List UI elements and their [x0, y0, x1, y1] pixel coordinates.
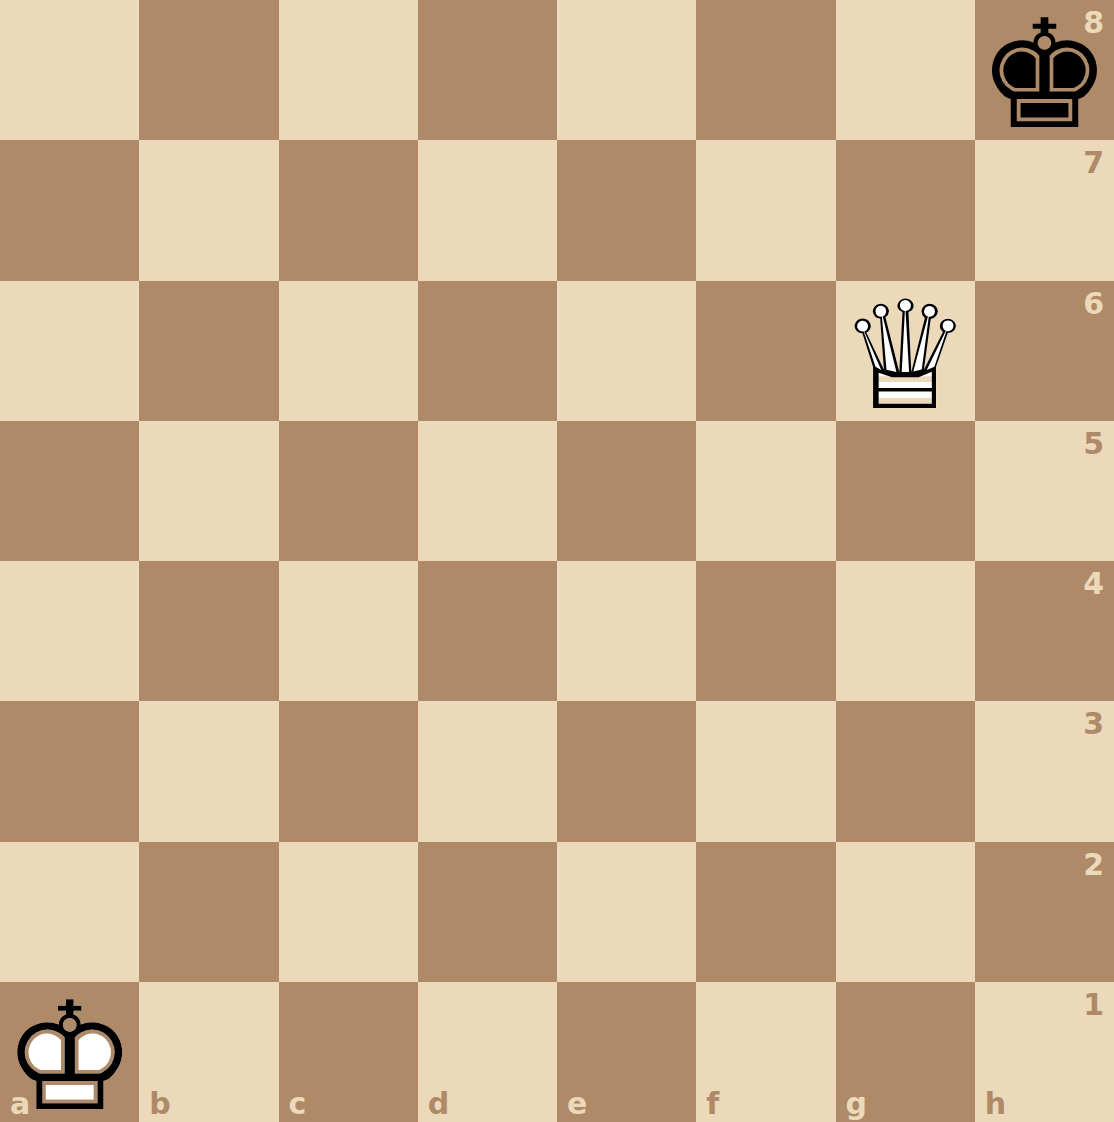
square-g4[interactable]	[836, 561, 975, 701]
square-e4[interactable]	[557, 561, 696, 701]
black-king[interactable]: ♚	[975, 0, 1114, 140]
square-b1[interactable]: b	[139, 982, 278, 1122]
square-e7[interactable]	[557, 140, 696, 280]
square-c7[interactable]	[279, 140, 418, 280]
file-label-f: f	[706, 1089, 719, 1119]
square-c6[interactable]	[279, 281, 418, 421]
square-g3[interactable]	[836, 701, 975, 841]
white-king[interactable]: ♚♔	[0, 982, 139, 1122]
square-b7[interactable]	[139, 140, 278, 280]
square-h3[interactable]: 3	[975, 701, 1114, 841]
square-f7[interactable]	[696, 140, 835, 280]
square-g2[interactable]	[836, 842, 975, 982]
square-d4[interactable]	[418, 561, 557, 701]
square-c3[interactable]	[279, 701, 418, 841]
square-c4[interactable]	[279, 561, 418, 701]
square-d2[interactable]	[418, 842, 557, 982]
square-f5[interactable]	[696, 421, 835, 561]
file-label-e: e	[567, 1089, 587, 1119]
white-king-outline: ♔	[2, 982, 136, 1122]
square-g6[interactable]: ♛♕	[836, 281, 975, 421]
square-d6[interactable]	[418, 281, 557, 421]
square-h6[interactable]: 6	[975, 281, 1114, 421]
square-h8[interactable]: 8♚	[975, 0, 1114, 140]
square-f8[interactable]	[696, 0, 835, 140]
rank-label-7: 7	[1083, 148, 1104, 178]
square-a1[interactable]: a♚♔	[0, 982, 139, 1122]
square-e1[interactable]: e	[557, 982, 696, 1122]
square-e3[interactable]	[557, 701, 696, 841]
square-g8[interactable]	[836, 0, 975, 140]
square-e8[interactable]	[557, 0, 696, 140]
file-label-c: c	[289, 1089, 307, 1119]
file-label-h: h	[985, 1089, 1006, 1119]
square-d8[interactable]	[418, 0, 557, 140]
square-f2[interactable]	[696, 842, 835, 982]
square-e5[interactable]	[557, 421, 696, 561]
square-b6[interactable]	[139, 281, 278, 421]
square-f1[interactable]: f	[696, 982, 835, 1122]
square-b8[interactable]	[139, 0, 278, 140]
square-c8[interactable]	[279, 0, 418, 140]
rank-label-2: 2	[1083, 850, 1104, 880]
file-label-b: b	[149, 1089, 170, 1119]
square-g1[interactable]: g	[836, 982, 975, 1122]
rank-label-5: 5	[1083, 429, 1104, 459]
square-h1[interactable]: 1h	[975, 982, 1114, 1122]
square-b5[interactable]	[139, 421, 278, 561]
square-h2[interactable]: 2	[975, 842, 1114, 982]
square-c5[interactable]	[279, 421, 418, 561]
square-d5[interactable]	[418, 421, 557, 561]
square-g7[interactable]	[836, 140, 975, 280]
square-d1[interactable]: d	[418, 982, 557, 1122]
file-label-g: g	[846, 1089, 867, 1119]
white-queen-outline: ♕	[838, 281, 972, 431]
black-king-glyph: ♚	[977, 0, 1111, 150]
square-a8[interactable]	[0, 0, 139, 140]
square-b3[interactable]	[139, 701, 278, 841]
square-e2[interactable]	[557, 842, 696, 982]
square-a7[interactable]	[0, 140, 139, 280]
rank-label-6: 6	[1083, 289, 1104, 319]
square-h4[interactable]: 4	[975, 561, 1114, 701]
rank-label-3: 3	[1083, 709, 1104, 739]
square-b4[interactable]	[139, 561, 278, 701]
rank-label-1: 1	[1083, 990, 1104, 1020]
square-h7[interactable]: 7	[975, 140, 1114, 280]
white-queen[interactable]: ♛♕	[836, 281, 975, 421]
rank-label-4: 4	[1083, 569, 1104, 599]
square-f3[interactable]	[696, 701, 835, 841]
square-d7[interactable]	[418, 140, 557, 280]
square-f6[interactable]	[696, 281, 835, 421]
file-label-d: d	[428, 1089, 449, 1119]
square-e6[interactable]	[557, 281, 696, 421]
square-f4[interactable]	[696, 561, 835, 701]
square-g5[interactable]	[836, 421, 975, 561]
square-a4[interactable]	[0, 561, 139, 701]
square-d3[interactable]	[418, 701, 557, 841]
square-a2[interactable]	[0, 842, 139, 982]
square-b2[interactable]	[139, 842, 278, 982]
square-a5[interactable]	[0, 421, 139, 561]
square-a3[interactable]	[0, 701, 139, 841]
chess-board: 8♚7♛♕65432a♚♔bcdefg1h	[0, 0, 1114, 1122]
square-a6[interactable]	[0, 281, 139, 421]
square-c2[interactable]	[279, 842, 418, 982]
square-h5[interactable]: 5	[975, 421, 1114, 561]
square-c1[interactable]: c	[279, 982, 418, 1122]
